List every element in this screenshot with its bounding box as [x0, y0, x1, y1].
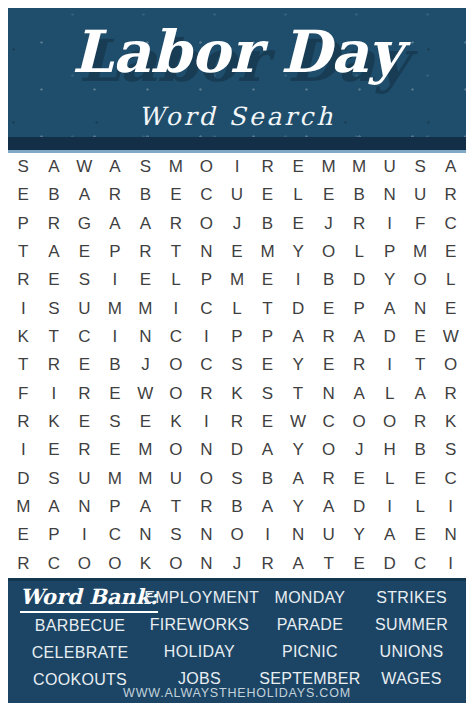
grid-cell-r5c5[interactable]: E — [130, 266, 161, 294]
grid-cell-r8c15[interactable]: O — [435, 351, 466, 379]
word-bank-word: BARBECUE — [16, 612, 144, 639]
grid-cell-r9c7[interactable]: R — [191, 380, 222, 408]
grid-cell-r13c5[interactable]: A — [130, 493, 161, 521]
grid-cell-r14c9[interactable]: I — [252, 521, 283, 549]
grid-cell-r14c12[interactable]: Y — [344, 521, 375, 549]
grid-cell-r14c5[interactable]: N — [130, 521, 161, 549]
grid-cell-r15c13[interactable]: D — [374, 550, 405, 578]
word-bank-list: STRIKESSUMMERUNIONSWAGES — [365, 584, 458, 692]
word-search-page: Labor Day Word Search SAWASMOIREMMUSAEBA… — [0, 0, 474, 711]
grid-cell-r12c15[interactable]: C — [435, 465, 466, 493]
grid-cell-r9c3[interactable]: R — [69, 380, 100, 408]
grid-cell-r6c9[interactable]: T — [252, 295, 283, 323]
grid-cell-r6c13[interactable]: A — [374, 295, 405, 323]
grid-cell-r10c1[interactable]: R — [8, 408, 39, 436]
grid-cell-r7c15[interactable]: W — [435, 323, 466, 351]
grid-cell-r2c11[interactable]: E — [313, 181, 344, 209]
grid-cell-r13c7[interactable]: R — [191, 493, 222, 521]
grid-cell-r4c7[interactable]: N — [191, 238, 222, 266]
word-bank-word: FIREWORKS — [144, 611, 255, 638]
grid-cell-r1c2[interactable]: A — [39, 153, 70, 181]
grid-cell-r3c12[interactable]: R — [344, 210, 375, 238]
grid-cell-r4c8[interactable]: E — [222, 238, 253, 266]
grid-cell-r11c15[interactable]: S — [435, 436, 466, 464]
grid-cell-r11c4[interactable]: E — [100, 436, 131, 464]
grid-cell-r6c14[interactable]: N — [405, 295, 436, 323]
grid-cell-r2c8[interactable]: U — [222, 181, 253, 209]
grid-cell-r11c7[interactable]: N — [191, 436, 222, 464]
grid-cell-r5c2[interactable]: E — [39, 266, 70, 294]
grid-cell-r12c5[interactable]: M — [130, 465, 161, 493]
grid-cell-r8c9[interactable]: E — [252, 351, 283, 379]
grid-cell-r8c1[interactable]: T — [8, 351, 39, 379]
word-bank-label: Word Bank: — [16, 584, 144, 612]
grid-cell-r15c6[interactable]: O — [161, 550, 192, 578]
grid-cell-r2c10[interactable]: L — [283, 181, 314, 209]
grid-cell-r15c8[interactable]: J — [222, 550, 253, 578]
grid-cell-r13c15[interactable]: I — [435, 493, 466, 521]
grid-cell-r10c8[interactable]: R — [222, 408, 253, 436]
grid-cell-r9c8[interactable]: K — [222, 380, 253, 408]
grid-cell-r2c6[interactable]: E — [161, 181, 192, 209]
grid-cell-r14c3[interactable]: I — [69, 521, 100, 549]
grid-cell-r15c10[interactable]: A — [283, 550, 314, 578]
grid-cell-r1c15[interactable]: A — [435, 153, 466, 181]
grid-cell-r6c5[interactable]: M — [130, 295, 161, 323]
grid-cell-r2c1[interactable]: E — [8, 181, 39, 209]
grid-cell-r11c14[interactable]: B — [405, 436, 436, 464]
grid-cell-r13c8[interactable]: B — [222, 493, 253, 521]
grid-cell-r14c6[interactable]: S — [161, 521, 192, 549]
grid-cell-r15c5[interactable]: K — [130, 550, 161, 578]
grid-cell-r10c9[interactable]: E — [252, 408, 283, 436]
grid-cell-r10c10[interactable]: W — [283, 408, 314, 436]
grid-cell-r7c3[interactable]: C — [69, 323, 100, 351]
word-bank-word: SUMMER — [365, 611, 458, 638]
grid-cell-r11c8[interactable]: D — [222, 436, 253, 464]
grid-cell-r1c8[interactable]: I — [222, 153, 253, 181]
grid-cell-r4c5[interactable]: R — [130, 238, 161, 266]
grid-cell-r5c4[interactable]: I — [100, 266, 131, 294]
grid-cell-r4c1[interactable]: T — [8, 238, 39, 266]
grid-cell-r8c7[interactable]: C — [191, 351, 222, 379]
grid-cell-r8c12[interactable]: R — [344, 351, 375, 379]
grid-cell-r5c1[interactable]: R — [8, 266, 39, 294]
grid-cell-r13c14[interactable]: L — [405, 493, 436, 521]
grid-cell-r8c14[interactable]: T — [405, 351, 436, 379]
grid-cell-r9c12[interactable]: A — [344, 380, 375, 408]
grid-cell-r15c2[interactable]: C — [39, 550, 70, 578]
word-bank-columns: Word Bank: BARBECUECELEBRATECOOKOUTS EMP… — [8, 581, 466, 693]
grid-cell-r6c3[interactable]: U — [69, 295, 100, 323]
grid-cell-r5c9[interactable]: E — [252, 266, 283, 294]
grid-cell-r8c11[interactable]: E — [313, 351, 344, 379]
grid-cell-r13c2[interactable]: A — [39, 493, 70, 521]
grid-cell-r5c10[interactable]: I — [283, 266, 314, 294]
grid-cell-r11c12[interactable]: J — [344, 436, 375, 464]
grid-cell-r8c13[interactable]: I — [374, 351, 405, 379]
grid-cell-r9c1[interactable]: F — [8, 380, 39, 408]
page-subtitle: Word Search — [8, 102, 466, 131]
grid-cell-r2c9[interactable]: E — [252, 181, 283, 209]
grid-cell-r10c4[interactable]: S — [100, 408, 131, 436]
grid-cell-r5c12[interactable]: D — [344, 266, 375, 294]
grid-cell-r11c5[interactable]: M — [130, 436, 161, 464]
grid-cell-r14c2[interactable]: P — [39, 521, 70, 549]
grid-cell-r1c1[interactable]: S — [8, 153, 39, 181]
grid-cell-r12c8[interactable]: S — [222, 465, 253, 493]
grid-cell-r12c4[interactable]: M — [100, 465, 131, 493]
grid-cell-r4c13[interactable]: P — [374, 238, 405, 266]
grid-cell-r14c11[interactable]: U — [313, 521, 344, 549]
grid-cell-r8c8[interactable]: S — [222, 351, 253, 379]
grid-cell-r3c11[interactable]: J — [313, 210, 344, 238]
grid-cell-r14c15[interactable]: N — [435, 521, 466, 549]
grid-cell-r3c15[interactable]: C — [435, 210, 466, 238]
grid-cell-r8c4[interactable]: B — [100, 351, 131, 379]
grid-cell-r3c1[interactable]: P — [8, 210, 39, 238]
grid-cell-r12c14[interactable]: E — [405, 465, 436, 493]
grid-cell-r10c3[interactable]: E — [69, 408, 100, 436]
grid-cell-r8c5[interactable]: J — [130, 351, 161, 379]
word-bank-word: STRIKES — [365, 584, 458, 611]
grid-cell-r7c14[interactable]: E — [405, 323, 436, 351]
grid-cell-r9c10[interactable]: T — [283, 380, 314, 408]
grid-cell-r6c10[interactable]: D — [283, 295, 314, 323]
grid-cell-r11c10[interactable]: Y — [283, 436, 314, 464]
grid-cell-r15c12[interactable]: E — [344, 550, 375, 578]
grid-cell-r6c12[interactable]: P — [344, 295, 375, 323]
word-bank-word: PARADE — [255, 611, 366, 638]
grid-cell-r7c9[interactable]: P — [252, 323, 283, 351]
grid-cell-r13c10[interactable]: Y — [283, 493, 314, 521]
grid-cell-r4c2[interactable]: A — [39, 238, 70, 266]
grid-cell-r13c13[interactable]: I — [374, 493, 405, 521]
grid-cell-r5c15[interactable]: L — [435, 266, 466, 294]
grid-cell-r10c5[interactable]: E — [130, 408, 161, 436]
grid-cell-r15c4[interactable]: O — [100, 550, 131, 578]
grid-cell-r5c11[interactable]: B — [313, 266, 344, 294]
grid-cell-r5c13[interactable]: Y — [374, 266, 405, 294]
grid-cell-r1c10[interactable]: E — [283, 153, 314, 181]
grid-cell-r2c13[interactable]: N — [374, 181, 405, 209]
grid-cell-r12c2[interactable]: S — [39, 465, 70, 493]
grid-cell-r12c1[interactable]: D — [8, 465, 39, 493]
grid-cell-r13c12[interactable]: D — [344, 493, 375, 521]
word-bank-word: PICNIC — [255, 638, 366, 665]
grid-cell-r13c3[interactable]: N — [69, 493, 100, 521]
grid-cell-r12c6[interactable]: U — [161, 465, 192, 493]
grid-cell-r1c7[interactable]: O — [191, 153, 222, 181]
word-bank-word: EMPLOYMENT — [144, 584, 255, 611]
grid-cell-r3c3[interactable]: G — [69, 210, 100, 238]
grid-cell-r1c3[interactable]: W — [69, 153, 100, 181]
grid-cell-r3c6[interactable]: R — [161, 210, 192, 238]
grid-cell-r2c14[interactable]: U — [405, 181, 436, 209]
grid-cell-r9c5[interactable]: W — [130, 380, 161, 408]
grid-cell-r1c6[interactable]: M — [161, 153, 192, 181]
grid-cell-r3c9[interactable]: B — [252, 210, 283, 238]
grid-cell-r7c4[interactable]: I — [100, 323, 131, 351]
grid-cell-r3c2[interactable]: R — [39, 210, 70, 238]
grid-cell-r15c7[interactable]: N — [191, 550, 222, 578]
grid-cell-r9c14[interactable]: A — [405, 380, 436, 408]
grid-cell-r9c2[interactable]: I — [39, 380, 70, 408]
grid-cell-r5c7[interactable]: P — [191, 266, 222, 294]
grid-cell-r13c6[interactable]: T — [161, 493, 192, 521]
grid-cell-r3c4[interactable]: A — [100, 210, 131, 238]
grid-cell-r4c4[interactable]: P — [100, 238, 131, 266]
grid-cell-r7c7[interactable]: I — [191, 323, 222, 351]
grid-cell-r8c6[interactable]: O — [161, 351, 192, 379]
grid-cell-r11c2[interactable]: E — [39, 436, 70, 464]
grid-cell-r13c11[interactable]: A — [313, 493, 344, 521]
grid-cell-r14c13[interactable]: A — [374, 521, 405, 549]
grid-cell-r2c3[interactable]: A — [69, 181, 100, 209]
grid-cell-r1c11[interactable]: M — [313, 153, 344, 181]
word-bank-panel: Word Bank: BARBECUECELEBRATECOOKOUTS EMP… — [8, 578, 466, 703]
grid-cell-r10c6[interactable]: K — [161, 408, 192, 436]
grid-cell-r2c15[interactable]: R — [435, 181, 466, 209]
grid-cell-r8c2[interactable]: R — [39, 351, 70, 379]
grid-cell-r1c13[interactable]: U — [374, 153, 405, 181]
grid-cell-r10c14[interactable]: R — [405, 408, 436, 436]
word-bank-word: UNIONS — [365, 638, 458, 665]
grid-cell-r4c15[interactable]: E — [435, 238, 466, 266]
grid-cell-r10c12[interactable]: O — [344, 408, 375, 436]
grid-cell-r1c5[interactable]: S — [130, 153, 161, 181]
grid-cell-r3c8[interactable]: J — [222, 210, 253, 238]
grid-cell-r14c7[interactable]: N — [191, 521, 222, 549]
grid-cell-r4c11[interactable]: O — [313, 238, 344, 266]
grid-cell-r6c6[interactable]: I — [161, 295, 192, 323]
grid-cell-r1c12[interactable]: M — [344, 153, 375, 181]
word-bank-column-4: STRIKESSUMMERUNIONSWAGES — [365, 584, 458, 693]
grid-cell-r12c10[interactable]: A — [283, 465, 314, 493]
grid-cell-r5c6[interactable]: L — [161, 266, 192, 294]
page-title: Labor Day — [8, 18, 466, 86]
grid-cell-r11c1[interactable]: I — [8, 436, 39, 464]
grid-cell-r1c9[interactable]: R — [252, 153, 283, 181]
word-bank-word: CELEBRATE — [16, 639, 144, 666]
grid-cell-r15c3[interactable]: O — [69, 550, 100, 578]
grid-cell-r10c2[interactable]: K — [39, 408, 70, 436]
grid-cell-r13c9[interactable]: A — [252, 493, 283, 521]
grid-cell-r4c6[interactable]: T — [161, 238, 192, 266]
website-url: WWW.ALWAYSTHEHOLIDAYS.COM — [8, 686, 466, 700]
grid-cell-r9c4[interactable]: E — [100, 380, 131, 408]
grid-cell-r5c14[interactable]: O — [405, 266, 436, 294]
grid-cell-r6c8[interactable]: L — [222, 295, 253, 323]
grid-cell-r14c8[interactable]: O — [222, 521, 253, 549]
grid-cell-r11c13[interactable]: H — [374, 436, 405, 464]
grid-cell-r10c15[interactable]: K — [435, 408, 466, 436]
grid-cell-r15c15[interactable]: I — [435, 550, 466, 578]
grid-cell-r2c12[interactable]: B — [344, 181, 375, 209]
grid-cell-r15c14[interactable]: C — [405, 550, 436, 578]
grid-cell-r10c13[interactable]: O — [374, 408, 405, 436]
grid-cell-r1c4[interactable]: A — [100, 153, 131, 181]
grid-cell-r9c6[interactable]: O — [161, 380, 192, 408]
grid-cell-r2c7[interactable]: C — [191, 181, 222, 209]
grid-cell-r3c10[interactable]: E — [283, 210, 314, 238]
grid-cell-r13c4[interactable]: P — [100, 493, 131, 521]
grid-cell-r1c14[interactable]: S — [405, 153, 436, 181]
word-bank-list: EMPLOYMENTFIREWORKSHOLIDAYJOBS — [144, 584, 255, 692]
grid-cell-r2c4[interactable]: R — [100, 181, 131, 209]
grid-cell-r3c13[interactable]: I — [374, 210, 405, 238]
grid-cell-r6c15[interactable]: E — [435, 295, 466, 323]
word-bank-column-2: EMPLOYMENTFIREWORKSHOLIDAYJOBS — [144, 584, 255, 693]
grid-cell-r12c12[interactable]: E — [344, 465, 375, 493]
word-bank-word: HOLIDAY — [144, 638, 255, 665]
grid-cell-r14c14[interactable]: E — [405, 521, 436, 549]
grid-cell-r7c11[interactable]: R — [313, 323, 344, 351]
grid-cell-r5c3[interactable]: S — [69, 266, 100, 294]
grid-cell-r4c14[interactable]: M — [405, 238, 436, 266]
word-bank-list: BARBECUECELEBRATECOOKOUTS — [16, 612, 144, 693]
grid-cell-r7c5[interactable]: N — [130, 323, 161, 351]
grid-cell-r4c9[interactable]: M — [252, 238, 283, 266]
grid-cell-r11c6[interactable]: O — [161, 436, 192, 464]
grid-cell-r12c7[interactable]: O — [191, 465, 222, 493]
word-bank-column-1: Word Bank: BARBECUECELEBRATECOOKOUTS — [16, 584, 144, 693]
word-bank-column-3: MONDAYPARADEPICNICSEPTEMBER — [255, 584, 366, 693]
grid-cell-r9c9[interactable]: S — [252, 380, 283, 408]
word-bank-word: MONDAY — [255, 584, 366, 611]
header-banner: Labor Day Word Search — [8, 8, 466, 150]
grid-cell-r9c11[interactable]: N — [313, 380, 344, 408]
grid-cell-r5c8[interactable]: M — [222, 266, 253, 294]
grid-cell-r6c7[interactable]: C — [191, 295, 222, 323]
grid-cell-r8c10[interactable]: Y — [283, 351, 314, 379]
grid-cell-r4c3[interactable]: E — [69, 238, 100, 266]
grid-cell-r11c9[interactable]: A — [252, 436, 283, 464]
grid-cell-r13c1[interactable]: M — [8, 493, 39, 521]
grid-cell-r15c11[interactable]: T — [313, 550, 344, 578]
grid-cell-r15c9[interactable]: R — [252, 550, 283, 578]
grid-cell-r2c2[interactable]: B — [39, 181, 70, 209]
grid-cell-r6c4[interactable]: M — [100, 295, 131, 323]
grid-cell-r3c5[interactable]: A — [130, 210, 161, 238]
grid-cell-r14c4[interactable]: C — [100, 521, 131, 549]
grid-cell-r7c1[interactable]: K — [8, 323, 39, 351]
grid-cell-r12c9[interactable]: B — [252, 465, 283, 493]
grid-cell-r11c3[interactable]: R — [69, 436, 100, 464]
grid-cell-r3c14[interactable]: F — [405, 210, 436, 238]
grid-cell-r7c6[interactable]: C — [161, 323, 192, 351]
grid-cell-r6c11[interactable]: E — [313, 295, 344, 323]
grid-cell-r4c10[interactable]: Y — [283, 238, 314, 266]
word-bank-list: MONDAYPARADEPICNICSEPTEMBER — [255, 584, 366, 692]
grid-cell-r4c12[interactable]: L — [344, 238, 375, 266]
grid-cell-r7c8[interactable]: P — [222, 323, 253, 351]
grid-cell-r7c2[interactable]: T — [39, 323, 70, 351]
grid-cell-r15c1[interactable]: R — [8, 550, 39, 578]
grid-cell-r14c10[interactable]: N — [283, 521, 314, 549]
grid-cell-r7c10[interactable]: A — [283, 323, 314, 351]
grid-cell-r12c11[interactable]: R — [313, 465, 344, 493]
grid-cell-r8c3[interactable]: E — [69, 351, 100, 379]
grid-cell-r9c13[interactable]: L — [374, 380, 405, 408]
grid-cell-r12c13[interactable]: L — [374, 465, 405, 493]
grid-cell-r2c5[interactable]: B — [130, 181, 161, 209]
grid-cell-r10c7[interactable]: I — [191, 408, 222, 436]
grid-cell-r12c3[interactable]: U — [69, 465, 100, 493]
grid-cell-r9c15[interactable]: R — [435, 380, 466, 408]
grid-cell-r11c11[interactable]: O — [313, 436, 344, 464]
grid-cell-r3c7[interactable]: O — [191, 210, 222, 238]
grid-cell-r10c11[interactable]: C — [313, 408, 344, 436]
grid-cell-r14c1[interactable]: E — [8, 521, 39, 549]
grid-cell-r7c13[interactable]: D — [374, 323, 405, 351]
grid-cell-r7c12[interactable]: A — [344, 323, 375, 351]
letter-grid: SAWASMOIREMMUSAEBARBECUELEBNURPRGAAROJBE… — [8, 153, 466, 578]
grid-cell-r6c1[interactable]: I — [8, 295, 39, 323]
grid-cell-r6c2[interactable]: S — [39, 295, 70, 323]
